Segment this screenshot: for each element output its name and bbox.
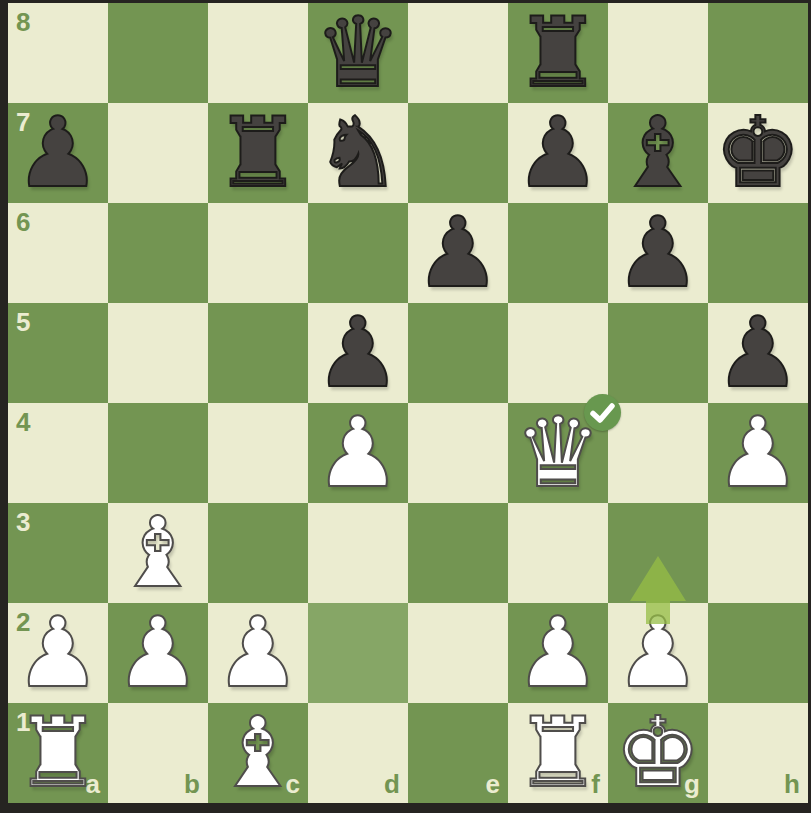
- square-e3[interactable]: [408, 503, 508, 603]
- square-b1[interactable]: b: [108, 703, 208, 803]
- square-g1[interactable]: g♚: [608, 703, 708, 803]
- piece-white-pawn[interactable]: ♟: [108, 603, 208, 703]
- file-label-d: d: [384, 771, 400, 797]
- square-d6[interactable]: [308, 203, 408, 303]
- piece-black-pawn[interactable]: ♟: [508, 103, 608, 203]
- rank-label-5: 5: [16, 309, 30, 335]
- square-h8[interactable]: [708, 3, 808, 103]
- piece-white-king[interactable]: ♚: [608, 703, 708, 803]
- piece-white-bishop[interactable]: ♝: [108, 503, 208, 603]
- board-frame: 8♛♜7♟♜♞♟♝♚6♟♟5♟♟4♟♛♟3♝2♟♟♟♟♟1a♜bc♝def♜g♚…: [0, 0, 811, 813]
- piece-white-pawn[interactable]: ♟: [208, 603, 308, 703]
- square-a8[interactable]: 8: [8, 3, 108, 103]
- square-g8[interactable]: [608, 3, 708, 103]
- piece-white-pawn[interactable]: ♟: [508, 603, 608, 703]
- square-h3[interactable]: [708, 503, 808, 603]
- square-b7[interactable]: [108, 103, 208, 203]
- square-c4[interactable]: [208, 403, 308, 503]
- square-c7[interactable]: ♜: [208, 103, 308, 203]
- square-h1[interactable]: h: [708, 703, 808, 803]
- square-a6[interactable]: 6: [8, 203, 108, 303]
- square-f5[interactable]: [508, 303, 608, 403]
- square-a3[interactable]: 3: [8, 503, 108, 603]
- square-f7[interactable]: ♟: [508, 103, 608, 203]
- square-f8[interactable]: ♜: [508, 3, 608, 103]
- square-g4[interactable]: [608, 403, 708, 503]
- square-c8[interactable]: [208, 3, 308, 103]
- square-a1[interactable]: 1a♜: [8, 703, 108, 803]
- square-d1[interactable]: d: [308, 703, 408, 803]
- square-f4[interactable]: ♛: [508, 403, 608, 503]
- square-c2[interactable]: ♟: [208, 603, 308, 703]
- piece-black-knight[interactable]: ♞: [308, 103, 408, 203]
- square-e7[interactable]: [408, 103, 508, 203]
- rank-label-6: 6: [16, 209, 30, 235]
- square-b8[interactable]: [108, 3, 208, 103]
- square-c6[interactable]: [208, 203, 308, 303]
- square-b5[interactable]: [108, 303, 208, 403]
- square-d5[interactable]: ♟: [308, 303, 408, 403]
- piece-black-pawn[interactable]: ♟: [408, 203, 508, 303]
- square-h2[interactable]: [708, 603, 808, 703]
- square-e2[interactable]: [408, 603, 508, 703]
- rank-label-8: 8: [16, 9, 30, 35]
- piece-white-pawn[interactable]: ♟: [8, 603, 108, 703]
- piece-black-bishop[interactable]: ♝: [608, 103, 708, 203]
- square-a7[interactable]: 7♟: [8, 103, 108, 203]
- chess-board: 8♛♜7♟♜♞♟♝♚6♟♟5♟♟4♟♛♟3♝2♟♟♟♟♟1a♜bc♝def♜g♚…: [8, 3, 808, 803]
- square-f6[interactable]: [508, 203, 608, 303]
- square-g3[interactable]: [608, 503, 708, 603]
- piece-white-pawn[interactable]: ♟: [608, 603, 708, 703]
- square-c1[interactable]: c♝: [208, 703, 308, 803]
- piece-black-queen[interactable]: ♛: [308, 3, 408, 103]
- square-b3[interactable]: ♝: [108, 503, 208, 603]
- file-label-h: h: [784, 771, 800, 797]
- square-b4[interactable]: [108, 403, 208, 503]
- square-f3[interactable]: [508, 503, 608, 603]
- square-e6[interactable]: ♟: [408, 203, 508, 303]
- piece-black-pawn[interactable]: ♟: [708, 303, 808, 403]
- square-e8[interactable]: [408, 3, 508, 103]
- square-a5[interactable]: 5: [8, 303, 108, 403]
- square-d2[interactable]: [308, 603, 408, 703]
- square-g6[interactable]: ♟: [608, 203, 708, 303]
- square-h5[interactable]: ♟: [708, 303, 808, 403]
- piece-white-rook[interactable]: ♜: [508, 703, 608, 803]
- square-c5[interactable]: [208, 303, 308, 403]
- square-c3[interactable]: [208, 503, 308, 603]
- piece-white-bishop[interactable]: ♝: [208, 703, 308, 803]
- piece-black-pawn[interactable]: ♟: [608, 203, 708, 303]
- piece-white-pawn[interactable]: ♟: [308, 403, 408, 503]
- square-g5[interactable]: [608, 303, 708, 403]
- rank-label-3: 3: [16, 509, 30, 535]
- square-d4[interactable]: ♟: [308, 403, 408, 503]
- square-g7[interactable]: ♝: [608, 103, 708, 203]
- square-a4[interactable]: 4: [8, 403, 108, 503]
- piece-black-rook[interactable]: ♜: [208, 103, 308, 203]
- piece-white-queen[interactable]: ♛: [508, 403, 608, 503]
- piece-white-pawn[interactable]: ♟: [708, 403, 808, 503]
- square-b2[interactable]: ♟: [108, 603, 208, 703]
- piece-black-pawn[interactable]: ♟: [308, 303, 408, 403]
- square-f1[interactable]: f♜: [508, 703, 608, 803]
- square-f2[interactable]: ♟: [508, 603, 608, 703]
- rank-label-4: 4: [16, 409, 30, 435]
- square-d8[interactable]: ♛: [308, 3, 408, 103]
- file-label-e: e: [486, 771, 500, 797]
- piece-black-pawn[interactable]: ♟: [8, 103, 108, 203]
- file-label-b: b: [184, 771, 200, 797]
- square-g2[interactable]: ♟: [608, 603, 708, 703]
- square-e5[interactable]: [408, 303, 508, 403]
- piece-white-rook[interactable]: ♜: [8, 703, 108, 803]
- square-h6[interactable]: [708, 203, 808, 303]
- square-d3[interactable]: [308, 503, 408, 603]
- piece-black-king[interactable]: ♚: [708, 103, 808, 203]
- square-e4[interactable]: [408, 403, 508, 503]
- square-b6[interactable]: [108, 203, 208, 303]
- square-a2[interactable]: 2♟: [8, 603, 108, 703]
- piece-black-rook[interactable]: ♜: [508, 3, 608, 103]
- square-d7[interactable]: ♞: [308, 103, 408, 203]
- square-h7[interactable]: ♚: [708, 103, 808, 203]
- square-e1[interactable]: e: [408, 703, 508, 803]
- square-h4[interactable]: ♟: [708, 403, 808, 503]
